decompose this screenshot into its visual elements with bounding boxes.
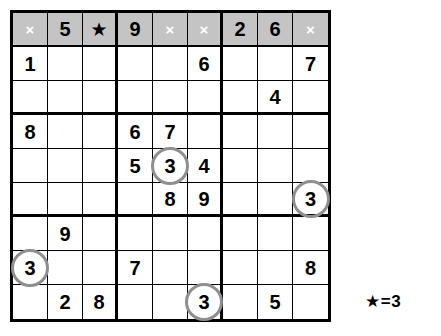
star-value-annotation: ★=3	[365, 291, 401, 312]
cell-r3c5[interactable]	[153, 81, 188, 115]
cell-r8c3[interactable]	[83, 251, 118, 285]
given-digit: 5	[129, 156, 140, 176]
cell-r9c7[interactable]	[223, 285, 258, 319]
cell-r2c2[interactable]	[48, 47, 83, 81]
cell-r3c8: 4	[258, 81, 293, 115]
cell-r5c2[interactable]	[48, 149, 83, 183]
cell-r4c4: 6	[118, 115, 153, 149]
cell-r4c3[interactable]	[83, 115, 118, 149]
cell-r6c6: 9	[188, 183, 223, 217]
given-digit: 5	[59, 19, 70, 39]
cell-r8c4: 7	[118, 251, 153, 285]
cell-r2c8[interactable]	[258, 47, 293, 81]
cell-r3c9[interactable]	[293, 81, 328, 115]
cell-r8c7[interactable]	[223, 251, 258, 285]
given-digit: 7	[164, 122, 175, 142]
cell-r7c4[interactable]	[118, 217, 153, 251]
cell-r1c3: ★	[83, 13, 118, 47]
cell-r3c1[interactable]	[13, 81, 48, 115]
cell-r1c2: 5	[48, 13, 83, 47]
cell-r6c5: 8	[153, 183, 188, 217]
cell-r5c6: 4	[188, 149, 223, 183]
cell-r1c9: ×	[293, 13, 328, 47]
cell-r8c8[interactable]	[258, 251, 293, 285]
cell-r1c5: ×	[153, 13, 188, 47]
cell-r7c8[interactable]	[258, 217, 293, 251]
mask-x-icon: ×	[26, 22, 35, 37]
cell-r2c6: 6	[188, 47, 223, 81]
cell-r7c7[interactable]	[223, 217, 258, 251]
cell-r5c7[interactable]	[223, 149, 258, 183]
cell-r7c5[interactable]	[153, 217, 188, 251]
cell-r6c7[interactable]	[223, 183, 258, 217]
cell-r9c1[interactable]	[13, 285, 48, 319]
given-digit: 9	[59, 224, 70, 244]
cell-r5c9[interactable]	[293, 149, 328, 183]
cell-r4c9[interactable]	[293, 115, 328, 149]
cell-r9c4[interactable]	[118, 285, 153, 319]
given-digit: 8	[305, 258, 316, 278]
cell-r4c8[interactable]	[258, 115, 293, 149]
cell-r8c5[interactable]	[153, 251, 188, 285]
cell-r3c4[interactable]	[118, 81, 153, 115]
given-digit: 2	[234, 19, 245, 39]
cell-r6c8[interactable]	[258, 183, 293, 217]
cell-r8c6[interactable]	[188, 251, 223, 285]
cell-r3c6[interactable]	[188, 81, 223, 115]
given-digit: 8	[93, 292, 104, 312]
given-digit: 6	[269, 19, 280, 39]
given-digit: 5	[269, 292, 280, 312]
cell-r6c4[interactable]	[118, 183, 153, 217]
cell-r7c6[interactable]	[188, 217, 223, 251]
cell-r2c3[interactable]	[83, 47, 118, 81]
cell-r5c5: 3	[153, 149, 188, 183]
cell-r7c9[interactable]	[293, 217, 328, 251]
cell-r1c8: 6	[258, 13, 293, 47]
cell-r4c7[interactable]	[223, 115, 258, 149]
cell-r9c5[interactable]	[153, 285, 188, 319]
given-digit: 8	[164, 189, 175, 209]
mask-x-icon: ×	[166, 22, 175, 37]
given-digit: 4	[269, 87, 280, 107]
cell-r9c9[interactable]	[293, 285, 328, 319]
cell-r4c1: 8	[13, 115, 48, 149]
cell-r6c2[interactable]	[48, 183, 83, 217]
mask-x-icon: ×	[306, 22, 315, 37]
cell-r2c1: 1	[13, 47, 48, 81]
cell-r8c9: 8	[293, 251, 328, 285]
cell-r7c3[interactable]	[83, 217, 118, 251]
cell-r2c7[interactable]	[223, 47, 258, 81]
given-digit: 8	[24, 122, 35, 142]
given-digit: 3	[305, 189, 316, 209]
cell-r8c2[interactable]	[48, 251, 83, 285]
cell-r3c2[interactable]	[48, 81, 83, 115]
given-digit: 3	[164, 156, 175, 176]
cell-r2c4[interactable]	[118, 47, 153, 81]
cell-r6c3[interactable]	[83, 183, 118, 217]
given-digit: 6	[129, 122, 140, 142]
cell-r1c1: ×	[13, 13, 48, 47]
cell-r5c3[interactable]	[83, 149, 118, 183]
star-icon: ★	[90, 20, 107, 39]
given-digit: 1	[24, 54, 35, 74]
cell-r4c6[interactable]	[188, 115, 223, 149]
cell-r9c3: 8	[83, 285, 118, 319]
given-digit: 9	[198, 189, 209, 209]
given-digit: 9	[129, 19, 140, 39]
cell-r2c5[interactable]	[153, 47, 188, 81]
cell-r1c6: ×	[188, 13, 223, 47]
cell-r5c8[interactable]	[258, 149, 293, 183]
cell-r4c5: 7	[153, 115, 188, 149]
cell-r5c1[interactable]	[13, 149, 48, 183]
given-digit: 3	[198, 292, 209, 312]
cell-r6c1[interactable]	[13, 183, 48, 217]
cell-r7c1[interactable]	[13, 217, 48, 251]
given-digit: 3	[24, 258, 35, 278]
cell-r9c6: 3	[188, 285, 223, 319]
given-digit: 7	[129, 258, 140, 278]
cell-r3c7[interactable]	[223, 81, 258, 115]
given-digit: 2	[59, 292, 70, 312]
cell-r9c8: 5	[258, 285, 293, 319]
puzzle-canvas: ×5★9××26×167486753489393782835 ★=3	[0, 0, 441, 336]
cell-r3c3[interactable]	[83, 81, 118, 115]
cell-r1c4: 9	[118, 13, 153, 47]
cell-r9c2: 2	[48, 285, 83, 319]
sudoku-board: ×5★9××26×167486753489393782835	[10, 10, 331, 322]
cell-r4c2[interactable]	[48, 115, 83, 149]
cell-r5c4: 5	[118, 149, 153, 183]
cell-r7c2: 9	[48, 217, 83, 251]
cell-r2c9: 7	[293, 47, 328, 81]
cell-r1c7: 2	[223, 13, 258, 47]
given-digit: 7	[305, 54, 316, 74]
given-digit: 6	[198, 54, 209, 74]
given-digit: 4	[198, 156, 209, 176]
mask-x-icon: ×	[200, 22, 209, 37]
cell-r6c9: 3	[293, 183, 328, 217]
cell-r8c1: 3	[13, 251, 48, 285]
